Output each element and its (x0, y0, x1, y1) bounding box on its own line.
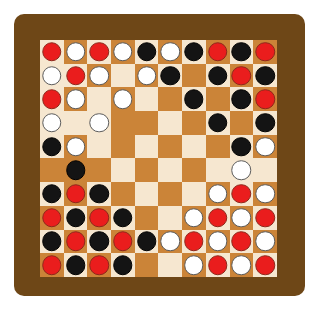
piece-black[interactable] (89, 184, 109, 204)
square-r1c4[interactable] (111, 40, 135, 64)
square-r7c8[interactable] (206, 182, 230, 206)
square-r1c3[interactable] (87, 40, 111, 64)
piece-black[interactable] (161, 66, 181, 86)
square-r1c8[interactable] (206, 40, 230, 64)
square-r4c10[interactable] (253, 111, 277, 135)
square-r8c10[interactable] (253, 206, 277, 230)
square-r6c1[interactable] (40, 158, 64, 182)
square-r7c5[interactable] (135, 182, 159, 206)
piece-white[interactable] (208, 184, 228, 204)
piece-red[interactable] (255, 208, 275, 228)
piece-black[interactable] (137, 232, 157, 252)
square-r5c10[interactable] (253, 135, 277, 159)
square-r3c7[interactable] (182, 87, 206, 111)
piece-red[interactable] (208, 255, 228, 275)
square-r4c2[interactable] (64, 111, 88, 135)
square-r4c7[interactable] (182, 111, 206, 135)
square-r7c1[interactable] (40, 182, 64, 206)
square-r10c5[interactable] (135, 253, 159, 277)
square-r10c8[interactable] (206, 253, 230, 277)
piece-red[interactable] (232, 232, 252, 252)
square-r5c2[interactable] (64, 135, 88, 159)
board-grid (40, 40, 277, 277)
piece-red[interactable] (255, 255, 275, 275)
piece-red[interactable] (208, 208, 228, 228)
square-r2c4[interactable] (111, 64, 135, 88)
square-r3c6[interactable] (158, 87, 182, 111)
piece-red[interactable] (255, 89, 275, 109)
square-r4c8[interactable] (206, 111, 230, 135)
piece-white[interactable] (66, 89, 86, 109)
square-r3c1[interactable] (40, 87, 64, 111)
piece-white[interactable] (232, 208, 252, 228)
piece-black[interactable] (232, 89, 252, 109)
piece-red[interactable] (66, 232, 86, 252)
square-r6c5[interactable] (135, 158, 159, 182)
square-r10c7[interactable] (182, 253, 206, 277)
piece-white[interactable] (137, 66, 157, 86)
piece-white[interactable] (42, 66, 62, 86)
square-r3c4[interactable] (111, 87, 135, 111)
square-r9c4[interactable] (111, 230, 135, 254)
square-r3c9[interactable] (230, 87, 254, 111)
square-r8c2[interactable] (64, 206, 88, 230)
square-r6c2[interactable] (64, 158, 88, 182)
piece-red[interactable] (66, 184, 86, 204)
square-r5c7[interactable] (182, 135, 206, 159)
piece-white[interactable] (184, 208, 204, 228)
square-r7c10[interactable] (253, 182, 277, 206)
square-r2c7[interactable] (182, 64, 206, 88)
square-r10c10[interactable] (253, 253, 277, 277)
square-r6c9[interactable] (230, 158, 254, 182)
square-r3c5[interactable] (135, 87, 159, 111)
square-r5c4[interactable] (111, 135, 135, 159)
square-r5c8[interactable] (206, 135, 230, 159)
square-r6c3[interactable] (87, 158, 111, 182)
piece-white[interactable] (255, 232, 275, 252)
square-r1c1[interactable] (40, 40, 64, 64)
piece-red[interactable] (42, 255, 62, 275)
piece-white[interactable] (232, 161, 252, 181)
piece-red[interactable] (89, 255, 109, 275)
piece-black[interactable] (137, 42, 157, 62)
piece-white[interactable] (161, 42, 181, 62)
square-r10c1[interactable] (40, 253, 64, 277)
piece-red[interactable] (232, 184, 252, 204)
board-frame (14, 14, 305, 296)
piece-black[interactable] (232, 42, 252, 62)
square-r9c10[interactable] (253, 230, 277, 254)
square-r4c3[interactable] (87, 111, 111, 135)
square-r10c2[interactable] (64, 253, 88, 277)
square-r4c6[interactable] (158, 111, 182, 135)
piece-black[interactable] (184, 42, 204, 62)
square-r2c10[interactable] (253, 64, 277, 88)
piece-red[interactable] (184, 232, 204, 252)
square-r8c1[interactable] (40, 206, 64, 230)
square-r3c2[interactable] (64, 87, 88, 111)
square-r9c8[interactable] (206, 230, 230, 254)
square-r5c1[interactable] (40, 135, 64, 159)
piece-white[interactable] (184, 255, 204, 275)
square-r9c5[interactable] (135, 230, 159, 254)
square-r6c8[interactable] (206, 158, 230, 182)
square-r8c5[interactable] (135, 206, 159, 230)
piece-black[interactable] (113, 208, 133, 228)
square-r10c6[interactable] (158, 253, 182, 277)
piece-white[interactable] (66, 137, 86, 157)
square-r9c7[interactable] (182, 230, 206, 254)
square-r5c5[interactable] (135, 135, 159, 159)
square-r1c2[interactable] (64, 40, 88, 64)
square-r9c6[interactable] (158, 230, 182, 254)
square-r8c7[interactable] (182, 206, 206, 230)
square-r1c10[interactable] (253, 40, 277, 64)
square-r7c4[interactable] (111, 182, 135, 206)
square-r4c9[interactable] (230, 111, 254, 135)
piece-black[interactable] (255, 66, 275, 86)
piece-red[interactable] (66, 66, 86, 86)
square-r7c6[interactable] (158, 182, 182, 206)
square-r5c6[interactable] (158, 135, 182, 159)
piece-white[interactable] (161, 232, 181, 252)
square-r3c3[interactable] (87, 87, 111, 111)
piece-black[interactable] (66, 255, 86, 275)
square-r6c6[interactable] (158, 158, 182, 182)
piece-white[interactable] (89, 113, 109, 133)
square-r10c9[interactable] (230, 253, 254, 277)
square-r8c3[interactable] (87, 206, 111, 230)
square-r4c4[interactable] (111, 111, 135, 135)
piece-black[interactable] (208, 113, 228, 133)
page (0, 0, 320, 318)
piece-red[interactable] (89, 208, 109, 228)
square-r6c7[interactable] (182, 158, 206, 182)
square-r1c6[interactable] (158, 40, 182, 64)
square-r6c10[interactable] (253, 158, 277, 182)
piece-black[interactable] (66, 208, 86, 228)
square-r3c10[interactable] (253, 87, 277, 111)
square-r2c2[interactable] (64, 64, 88, 88)
square-r5c9[interactable] (230, 135, 254, 159)
piece-black[interactable] (232, 137, 252, 157)
square-r7c9[interactable] (230, 182, 254, 206)
square-r1c5[interactable] (135, 40, 159, 64)
piece-red[interactable] (255, 42, 275, 62)
square-r4c1[interactable] (40, 111, 64, 135)
square-r6c4[interactable] (111, 158, 135, 182)
piece-white[interactable] (113, 42, 133, 62)
piece-black[interactable] (66, 161, 86, 181)
piece-red[interactable] (42, 208, 62, 228)
piece-black[interactable] (184, 89, 204, 109)
square-r8c4[interactable] (111, 206, 135, 230)
piece-black[interactable] (113, 255, 133, 275)
square-r8c6[interactable] (158, 206, 182, 230)
piece-white[interactable] (255, 137, 275, 157)
piece-white[interactable] (42, 113, 62, 133)
piece-black[interactable] (42, 232, 62, 252)
square-r9c9[interactable] (230, 230, 254, 254)
square-r2c6[interactable] (158, 64, 182, 88)
piece-red[interactable] (232, 66, 252, 86)
square-r10c4[interactable] (111, 253, 135, 277)
square-r5c3[interactable] (87, 135, 111, 159)
piece-black[interactable] (89, 232, 109, 252)
square-r3c8[interactable] (206, 87, 230, 111)
piece-black[interactable] (42, 184, 62, 204)
piece-red[interactable] (89, 42, 109, 62)
square-r2c5[interactable] (135, 64, 159, 88)
square-r10c3[interactable] (87, 253, 111, 277)
square-r9c3[interactable] (87, 230, 111, 254)
piece-red[interactable] (113, 232, 133, 252)
piece-white[interactable] (255, 184, 275, 204)
piece-red[interactable] (42, 89, 62, 109)
square-r7c3[interactable] (87, 182, 111, 206)
square-r4c5[interactable] (135, 111, 159, 135)
piece-red[interactable] (208, 42, 228, 62)
piece-black[interactable] (255, 113, 275, 133)
square-r2c3[interactable] (87, 64, 111, 88)
piece-black[interactable] (208, 66, 228, 86)
square-r8c9[interactable] (230, 206, 254, 230)
piece-black[interactable] (42, 137, 62, 157)
square-r9c1[interactable] (40, 230, 64, 254)
square-r2c9[interactable] (230, 64, 254, 88)
piece-white[interactable] (66, 42, 86, 62)
square-r8c8[interactable] (206, 206, 230, 230)
piece-white[interactable] (232, 255, 252, 275)
square-r9c2[interactable] (64, 230, 88, 254)
piece-white[interactable] (113, 89, 133, 109)
piece-red[interactable] (42, 42, 62, 62)
square-r2c1[interactable] (40, 64, 64, 88)
square-r7c7[interactable] (182, 182, 206, 206)
piece-white[interactable] (89, 66, 109, 86)
piece-white[interactable] (208, 232, 228, 252)
square-r1c7[interactable] (182, 40, 206, 64)
square-r1c9[interactable] (230, 40, 254, 64)
square-r2c8[interactable] (206, 64, 230, 88)
square-r7c2[interactable] (64, 182, 88, 206)
